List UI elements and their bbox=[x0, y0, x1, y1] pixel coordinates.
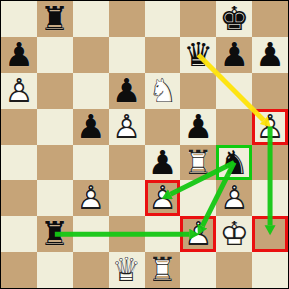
square-d6[interactable]: ♟ bbox=[109, 73, 145, 109]
square-e6[interactable]: ♞♘ bbox=[145, 73, 181, 109]
piece-black-pawn[interactable]: ♟ bbox=[109, 73, 145, 109]
piece-black-knight[interactable]: ♞ bbox=[216, 145, 252, 181]
square-e2[interactable] bbox=[145, 216, 181, 252]
square-a1[interactable] bbox=[1, 252, 37, 288]
square-h7[interactable]: ♟ bbox=[252, 37, 288, 73]
square-b6[interactable] bbox=[37, 73, 73, 109]
square-c8[interactable] bbox=[73, 1, 109, 37]
square-d1[interactable]: ♛♕ bbox=[109, 252, 145, 288]
square-g4[interactable]: ♞ bbox=[216, 145, 252, 181]
square-a8[interactable] bbox=[1, 1, 37, 37]
square-c5[interactable]: ♟ bbox=[73, 109, 109, 145]
piece-white-rook[interactable]: ♜♖ bbox=[145, 252, 181, 288]
queen-outline-glyph: ♕ bbox=[109, 252, 145, 288]
piece-white-pawn[interactable]: ♟♙ bbox=[1, 73, 37, 109]
square-c3[interactable]: ♟♙ bbox=[73, 180, 109, 216]
square-e7[interactable] bbox=[145, 37, 181, 73]
pawn-glyph: ♟ bbox=[1, 37, 37, 73]
pawn-glyph: ♟ bbox=[73, 109, 109, 145]
square-h5[interactable]: ♟♙ bbox=[252, 109, 288, 145]
square-g7[interactable]: ♟ bbox=[216, 37, 252, 73]
piece-white-queen[interactable]: ♛♕ bbox=[109, 252, 145, 288]
pawn-outline-glyph: ♙ bbox=[1, 73, 37, 109]
square-b5[interactable] bbox=[37, 109, 73, 145]
piece-black-rook[interactable]: ♜ bbox=[37, 216, 73, 252]
square-g6[interactable] bbox=[216, 73, 252, 109]
pawn-outline-glyph: ♙ bbox=[216, 180, 252, 216]
square-f5[interactable]: ♟ bbox=[180, 109, 216, 145]
square-c6[interactable] bbox=[73, 73, 109, 109]
pawn-outline-glyph: ♙ bbox=[145, 180, 181, 216]
piece-white-pawn[interactable]: ♟♙ bbox=[73, 180, 109, 216]
square-b7[interactable] bbox=[37, 37, 73, 73]
chess-board: ♜♚♟♛♟♟♟♙♟♞♘♟♟♙♟♟♙♟♜♖♞♟♙♟♙♟♙♜♟♙♚♔♛♕♜♖ bbox=[0, 0, 289, 289]
square-d3[interactable] bbox=[109, 180, 145, 216]
square-h2[interactable] bbox=[252, 216, 288, 252]
square-g3[interactable]: ♟♙ bbox=[216, 180, 252, 216]
square-b2[interactable]: ♜ bbox=[37, 216, 73, 252]
square-d2[interactable] bbox=[109, 216, 145, 252]
square-h6[interactable] bbox=[252, 73, 288, 109]
square-d5[interactable]: ♟♙ bbox=[109, 109, 145, 145]
square-f4[interactable]: ♜♖ bbox=[180, 145, 216, 181]
piece-black-pawn[interactable]: ♟ bbox=[1, 37, 37, 73]
square-f7[interactable]: ♛ bbox=[180, 37, 216, 73]
square-f8[interactable] bbox=[180, 1, 216, 37]
square-b3[interactable] bbox=[37, 180, 73, 216]
piece-white-knight[interactable]: ♞♘ bbox=[145, 73, 181, 109]
square-g2[interactable]: ♚♔ bbox=[216, 216, 252, 252]
square-a7[interactable]: ♟ bbox=[1, 37, 37, 73]
pawn-outline-glyph: ♙ bbox=[73, 180, 109, 216]
rook-glyph: ♜ bbox=[37, 216, 73, 252]
square-h8[interactable] bbox=[252, 1, 288, 37]
square-g1[interactable] bbox=[216, 252, 252, 288]
square-d8[interactable] bbox=[109, 1, 145, 37]
knight-glyph: ♞ bbox=[216, 145, 252, 181]
square-f6[interactable] bbox=[180, 73, 216, 109]
pawn-glyph: ♟ bbox=[109, 73, 145, 109]
square-g5[interactable] bbox=[216, 109, 252, 145]
square-h4[interactable] bbox=[252, 145, 288, 181]
square-c7[interactable] bbox=[73, 37, 109, 73]
pawn-glyph: ♟ bbox=[145, 145, 181, 181]
piece-white-pawn[interactable]: ♟♙ bbox=[180, 216, 216, 252]
square-f3[interactable] bbox=[180, 180, 216, 216]
square-a4[interactable] bbox=[1, 145, 37, 181]
queen-glyph: ♛ bbox=[180, 37, 216, 73]
piece-black-pawn[interactable]: ♟ bbox=[252, 37, 288, 73]
square-b8[interactable]: ♜ bbox=[37, 1, 73, 37]
piece-white-king[interactable]: ♚♔ bbox=[216, 216, 252, 252]
square-b1[interactable] bbox=[37, 252, 73, 288]
pawn-glyph: ♟ bbox=[252, 37, 288, 73]
rook-outline-glyph: ♖ bbox=[145, 252, 181, 288]
piece-black-pawn[interactable]: ♟ bbox=[145, 145, 181, 181]
square-d7[interactable] bbox=[109, 37, 145, 73]
square-e8[interactable] bbox=[145, 1, 181, 37]
square-a2[interactable] bbox=[1, 216, 37, 252]
piece-white-pawn[interactable]: ♟♙ bbox=[145, 180, 181, 216]
piece-black-rook[interactable]: ♜ bbox=[37, 1, 73, 37]
square-c2[interactable] bbox=[73, 216, 109, 252]
square-e4[interactable]: ♟ bbox=[145, 145, 181, 181]
piece-black-pawn[interactable]: ♟ bbox=[73, 109, 109, 145]
rook-glyph: ♜ bbox=[37, 1, 73, 37]
square-h3[interactable] bbox=[252, 180, 288, 216]
square-e1[interactable]: ♜♖ bbox=[145, 252, 181, 288]
piece-white-pawn[interactable]: ♟♙ bbox=[109, 109, 145, 145]
square-f2[interactable]: ♟♙ bbox=[180, 216, 216, 252]
square-b4[interactable] bbox=[37, 145, 73, 181]
piece-black-king[interactable]: ♚ bbox=[216, 1, 252, 37]
pawn-outline-glyph: ♙ bbox=[180, 216, 216, 252]
piece-black-queen[interactable]: ♛ bbox=[180, 37, 216, 73]
square-e3[interactable]: ♟♙ bbox=[145, 180, 181, 216]
square-a3[interactable] bbox=[1, 180, 37, 216]
rook-outline-glyph: ♖ bbox=[180, 145, 216, 181]
pawn-glyph: ♟ bbox=[180, 109, 216, 145]
piece-black-pawn[interactable]: ♟ bbox=[216, 37, 252, 73]
piece-white-pawn[interactable]: ♟♙ bbox=[216, 180, 252, 216]
pawn-outline-glyph: ♙ bbox=[252, 109, 288, 145]
piece-black-pawn[interactable]: ♟ bbox=[180, 109, 216, 145]
square-a5[interactable] bbox=[1, 109, 37, 145]
piece-white-pawn[interactable]: ♟♙ bbox=[252, 109, 288, 145]
pawn-glyph: ♟ bbox=[216, 37, 252, 73]
square-d4[interactable] bbox=[109, 145, 145, 181]
knight-outline-glyph: ♘ bbox=[145, 73, 181, 109]
square-a6[interactable]: ♟♙ bbox=[1, 73, 37, 109]
square-g8[interactable]: ♚ bbox=[216, 1, 252, 37]
king-glyph: ♚ bbox=[216, 1, 252, 37]
square-e5[interactable] bbox=[145, 109, 181, 145]
pawn-outline-glyph: ♙ bbox=[109, 109, 145, 145]
square-f1[interactable] bbox=[180, 252, 216, 288]
square-c1[interactable] bbox=[73, 252, 109, 288]
king-outline-glyph: ♔ bbox=[216, 216, 252, 252]
square-h1[interactable] bbox=[252, 252, 288, 288]
piece-white-rook[interactable]: ♜♖ bbox=[180, 145, 216, 181]
square-c4[interactable] bbox=[73, 145, 109, 181]
